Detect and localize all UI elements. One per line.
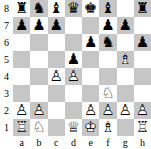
square-d5[interactable]: ♟ — [65, 51, 82, 68]
square-f6[interactable]: ♞ — [99, 34, 116, 51]
square-a1[interactable]: ♜♖ — [13, 119, 30, 136]
piece-white-knight: ♞♘ — [32, 119, 45, 136]
piece-black-bishop: ♝ — [49, 0, 62, 17]
piece-white-pawn: ♟♙ — [49, 68, 62, 85]
square-h5[interactable] — [134, 51, 151, 68]
square-d1[interactable]: ♛♕ — [65, 119, 82, 136]
rank-label-2: 2 — [0, 102, 13, 119]
square-e5[interactable] — [82, 51, 99, 68]
file-label-e: e — [82, 136, 99, 149]
square-f2[interactable]: ♟♙ — [99, 102, 116, 119]
square-b4[interactable] — [30, 68, 47, 85]
square-h1[interactable]: ♜♖ — [134, 119, 151, 136]
chess-board: 8♜♞♝♛♚♝♜7♟♟♟♟♟6♟♞♟5♟♝♗4♟♙♟♙3♞♘2♟♙♟♙♟♙♟♙♟… — [0, 0, 151, 149]
rank-label-3: 3 — [0, 85, 13, 102]
rank-label-7: 7 — [0, 17, 13, 34]
piece-black-pawn: ♟ — [101, 17, 114, 34]
piece-black-pawn: ♟ — [15, 17, 28, 34]
piece-black-knight: ♞ — [32, 0, 45, 17]
square-c8[interactable]: ♝ — [48, 0, 65, 17]
square-g4[interactable] — [117, 68, 134, 85]
square-c4[interactable]: ♟♙ — [48, 68, 65, 85]
file-label-c: c — [48, 136, 65, 149]
piece-white-pawn: ♟♙ — [32, 102, 45, 119]
square-b3[interactable] — [30, 85, 47, 102]
square-c3[interactable] — [48, 85, 65, 102]
file-label-d: d — [65, 136, 82, 149]
square-c2[interactable] — [48, 102, 65, 119]
piece-white-queen: ♛♕ — [67, 119, 80, 136]
rank-label-4: 4 — [0, 68, 13, 85]
piece-black-pawn: ♟ — [84, 34, 97, 51]
square-g1[interactable] — [117, 119, 134, 136]
square-e2[interactable]: ♟♙ — [82, 102, 99, 119]
piece-black-king: ♚ — [84, 0, 97, 17]
square-a5[interactable] — [13, 51, 30, 68]
square-d3[interactable] — [65, 85, 82, 102]
square-d2[interactable] — [65, 102, 82, 119]
piece-white-pawn: ♟♙ — [136, 102, 149, 119]
file-label-h: h — [134, 136, 151, 149]
file-label-a: a — [13, 136, 30, 149]
square-b1[interactable]: ♞♘ — [30, 119, 47, 136]
square-b8[interactable]: ♞ — [30, 0, 47, 17]
square-d8[interactable]: ♛ — [65, 0, 82, 17]
square-f8[interactable]: ♝ — [99, 0, 116, 17]
square-d7[interactable] — [65, 17, 82, 34]
piece-black-rook: ♜ — [136, 0, 149, 17]
rank-label-5: 5 — [0, 51, 13, 68]
square-c5[interactable] — [48, 51, 65, 68]
piece-black-rook: ♜ — [15, 0, 28, 17]
square-d4[interactable]: ♟♙ — [65, 68, 82, 85]
square-a4[interactable] — [13, 68, 30, 85]
square-h7[interactable] — [134, 17, 151, 34]
piece-black-queen: ♛ — [67, 0, 80, 17]
piece-black-pawn: ♟ — [136, 34, 149, 51]
square-h2[interactable]: ♟♙ — [134, 102, 151, 119]
piece-white-knight: ♞♘ — [101, 85, 114, 102]
square-f4[interactable] — [99, 68, 116, 85]
file-label-g: g — [117, 136, 134, 149]
square-b6[interactable] — [30, 34, 47, 51]
square-f7[interactable]: ♟ — [99, 17, 116, 34]
square-a6[interactable] — [13, 34, 30, 51]
square-h3[interactable] — [134, 85, 151, 102]
chess-app-window: 8♜♞♝♛♚♝♜7♟♟♟♟♟6♟♞♟5♟♝♗4♟♙♟♙3♞♘2♟♙♟♙♟♙♟♙♟… — [0, 0, 151, 149]
piece-white-bishop: ♝♗ — [118, 51, 131, 68]
rank-label-6: 6 — [0, 34, 13, 51]
piece-white-pawn: ♟♙ — [118, 102, 131, 119]
square-g5[interactable]: ♝♗ — [117, 51, 134, 68]
square-e7[interactable] — [82, 17, 99, 34]
square-b2[interactable]: ♟♙ — [30, 102, 47, 119]
piece-white-rook: ♜♖ — [15, 119, 28, 136]
square-e4[interactable] — [82, 68, 99, 85]
file-label-b: b — [30, 136, 47, 149]
piece-white-king: ♚♔ — [84, 119, 97, 136]
square-e8[interactable]: ♚ — [82, 0, 99, 17]
square-f1[interactable]: ♝♗ — [99, 119, 116, 136]
square-g6[interactable] — [117, 34, 134, 51]
file-label-f: f — [99, 136, 116, 149]
square-h8[interactable]: ♜ — [134, 0, 151, 17]
square-f5[interactable] — [99, 51, 116, 68]
piece-black-bishop: ♝ — [101, 0, 114, 17]
piece-black-pawn: ♟ — [49, 17, 62, 34]
square-d6[interactable] — [65, 34, 82, 51]
square-a7[interactable]: ♟ — [13, 17, 30, 34]
rank-label-1: 1 — [0, 119, 13, 136]
piece-white-pawn: ♟♙ — [15, 102, 28, 119]
square-a8[interactable]: ♜ — [13, 0, 30, 17]
square-g7[interactable]: ♟ — [117, 17, 134, 34]
piece-white-pawn: ♟♙ — [101, 102, 114, 119]
square-h6[interactable]: ♟ — [134, 34, 151, 51]
square-a2[interactable]: ♟♙ — [13, 102, 30, 119]
square-e3[interactable] — [82, 85, 99, 102]
piece-white-pawn: ♟♙ — [84, 102, 97, 119]
piece-black-pawn: ♟ — [118, 17, 131, 34]
piece-white-pawn: ♟♙ — [67, 68, 80, 85]
piece-white-bishop: ♝♗ — [101, 119, 114, 136]
piece-black-pawn: ♟ — [32, 17, 45, 34]
square-b7[interactable]: ♟ — [30, 17, 47, 34]
square-c6[interactable] — [48, 34, 65, 51]
square-c1[interactable] — [48, 119, 65, 136]
square-e1[interactable]: ♚♔ — [82, 119, 99, 136]
square-f3[interactable]: ♞♘ — [99, 85, 116, 102]
square-g3[interactable] — [117, 85, 134, 102]
piece-white-rook: ♜♖ — [136, 119, 149, 136]
square-g2[interactable]: ♟♙ — [117, 102, 134, 119]
square-b5[interactable] — [30, 51, 47, 68]
square-g8[interactable] — [117, 0, 134, 17]
rank-label-8: 8 — [0, 0, 13, 17]
square-c7[interactable]: ♟ — [48, 17, 65, 34]
square-e6[interactable]: ♟ — [82, 34, 99, 51]
board-corner-spacer — [0, 136, 13, 149]
square-a3[interactable] — [13, 85, 30, 102]
square-h4[interactable] — [134, 68, 151, 85]
piece-black-pawn: ♟ — [67, 51, 80, 68]
piece-black-knight: ♞ — [101, 34, 114, 51]
